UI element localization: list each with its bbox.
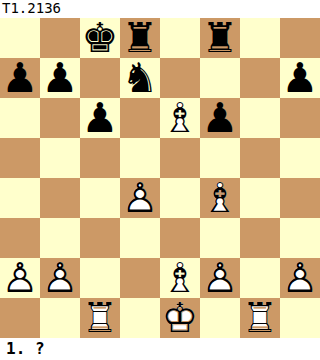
piece-outline: ♙ bbox=[200, 258, 240, 298]
square-b3[interactable] bbox=[40, 218, 80, 258]
square-f6[interactable]: ♟ bbox=[200, 98, 240, 138]
square-b6[interactable] bbox=[40, 98, 80, 138]
piece-outline: ♖ bbox=[80, 298, 120, 338]
square-e4[interactable] bbox=[160, 178, 200, 218]
puzzle-title: T1.2136 bbox=[2, 0, 61, 17]
piece-glyph: ♟ bbox=[200, 98, 240, 138]
piece-black-rook-d8[interactable]: ♜ bbox=[120, 18, 160, 58]
piece-outline: ♗ bbox=[160, 258, 200, 298]
square-f8[interactable]: ♜ bbox=[200, 18, 240, 58]
square-b1[interactable] bbox=[40, 298, 80, 338]
square-d4[interactable]: ♟♙ bbox=[120, 178, 160, 218]
square-d6[interactable] bbox=[120, 98, 160, 138]
square-e2[interactable]: ♝♗ bbox=[160, 258, 200, 298]
square-a8[interactable] bbox=[0, 18, 40, 58]
square-d3[interactable] bbox=[120, 218, 160, 258]
square-e8[interactable] bbox=[160, 18, 200, 58]
square-a4[interactable] bbox=[0, 178, 40, 218]
piece-black-pawn-f6[interactable]: ♟ bbox=[200, 98, 240, 138]
square-g4[interactable] bbox=[240, 178, 280, 218]
square-c4[interactable] bbox=[80, 178, 120, 218]
square-a2[interactable]: ♟♙ bbox=[0, 258, 40, 298]
square-f4[interactable]: ♝♗ bbox=[200, 178, 240, 218]
piece-glyph: ♟ bbox=[40, 58, 80, 98]
square-b8[interactable] bbox=[40, 18, 80, 58]
piece-outline: ♗ bbox=[160, 98, 200, 138]
square-g7[interactable] bbox=[240, 58, 280, 98]
square-b5[interactable] bbox=[40, 138, 80, 178]
square-a7[interactable]: ♟ bbox=[0, 58, 40, 98]
square-a1[interactable] bbox=[0, 298, 40, 338]
piece-glyph: ♟ bbox=[280, 58, 320, 98]
piece-white-pawn-d4[interactable]: ♟♙ bbox=[120, 178, 160, 218]
piece-white-bishop-e2[interactable]: ♝♗ bbox=[160, 258, 200, 298]
square-f3[interactable] bbox=[200, 218, 240, 258]
square-a5[interactable] bbox=[0, 138, 40, 178]
piece-black-knight-d7[interactable]: ♞ bbox=[120, 58, 160, 98]
piece-white-pawn-b2[interactable]: ♟♙ bbox=[40, 258, 80, 298]
square-c8[interactable]: ♚ bbox=[80, 18, 120, 58]
piece-outline: ♗ bbox=[200, 178, 240, 218]
piece-black-pawn-b7[interactable]: ♟ bbox=[40, 58, 80, 98]
piece-glyph: ♚ bbox=[80, 18, 120, 58]
square-g1[interactable]: ♜♖ bbox=[240, 298, 280, 338]
square-d2[interactable] bbox=[120, 258, 160, 298]
square-h2[interactable]: ♟♙ bbox=[280, 258, 320, 298]
square-h5[interactable] bbox=[280, 138, 320, 178]
piece-outline: ♙ bbox=[0, 258, 40, 298]
piece-glyph: ♟ bbox=[0, 58, 40, 98]
piece-outline: ♙ bbox=[120, 178, 160, 218]
square-c5[interactable] bbox=[80, 138, 120, 178]
square-h4[interactable] bbox=[280, 178, 320, 218]
square-g8[interactable] bbox=[240, 18, 280, 58]
square-h8[interactable] bbox=[280, 18, 320, 58]
piece-glyph: ♜ bbox=[120, 18, 160, 58]
piece-white-bishop-e6[interactable]: ♝♗ bbox=[160, 98, 200, 138]
piece-black-king-c8[interactable]: ♚ bbox=[80, 18, 120, 58]
square-a3[interactable] bbox=[0, 218, 40, 258]
piece-white-rook-g1[interactable]: ♜♖ bbox=[240, 298, 280, 338]
square-e5[interactable] bbox=[160, 138, 200, 178]
square-g3[interactable] bbox=[240, 218, 280, 258]
piece-white-king-e1[interactable]: ♚♔ bbox=[160, 298, 200, 338]
square-c6[interactable]: ♟ bbox=[80, 98, 120, 138]
chess-board: ♚♜♜♟♟♞♟♟♝♗♟♟♙♝♗♟♙♟♙♝♗♟♙♟♙♜♖♚♔♜♖ bbox=[0, 18, 320, 338]
piece-white-rook-c1[interactable]: ♜♖ bbox=[80, 298, 120, 338]
square-f5[interactable] bbox=[200, 138, 240, 178]
piece-outline: ♙ bbox=[280, 258, 320, 298]
piece-black-pawn-a7[interactable]: ♟ bbox=[0, 58, 40, 98]
square-c7[interactable] bbox=[80, 58, 120, 98]
piece-white-pawn-a2[interactable]: ♟♙ bbox=[0, 258, 40, 298]
square-d8[interactable]: ♜ bbox=[120, 18, 160, 58]
piece-white-pawn-h2[interactable]: ♟♙ bbox=[280, 258, 320, 298]
square-f1[interactable] bbox=[200, 298, 240, 338]
square-e6[interactable]: ♝♗ bbox=[160, 98, 200, 138]
square-b4[interactable] bbox=[40, 178, 80, 218]
square-g5[interactable] bbox=[240, 138, 280, 178]
square-h6[interactable] bbox=[280, 98, 320, 138]
piece-outline: ♙ bbox=[40, 258, 80, 298]
piece-glyph: ♟ bbox=[80, 98, 120, 138]
square-g6[interactable] bbox=[240, 98, 280, 138]
piece-glyph: ♜ bbox=[200, 18, 240, 58]
square-c2[interactable] bbox=[80, 258, 120, 298]
piece-outline: ♔ bbox=[160, 298, 200, 338]
square-h1[interactable] bbox=[280, 298, 320, 338]
square-e3[interactable] bbox=[160, 218, 200, 258]
piece-black-pawn-h7[interactable]: ♟ bbox=[280, 58, 320, 98]
piece-glyph: ♞ bbox=[120, 58, 160, 98]
square-e7[interactable] bbox=[160, 58, 200, 98]
square-g2[interactable] bbox=[240, 258, 280, 298]
square-c3[interactable] bbox=[80, 218, 120, 258]
square-e1[interactable]: ♚♔ bbox=[160, 298, 200, 338]
square-d5[interactable] bbox=[120, 138, 160, 178]
piece-outline: ♖ bbox=[240, 298, 280, 338]
square-h3[interactable] bbox=[280, 218, 320, 258]
piece-black-rook-f8[interactable]: ♜ bbox=[200, 18, 240, 58]
square-f7[interactable] bbox=[200, 58, 240, 98]
square-h7[interactable]: ♟ bbox=[280, 58, 320, 98]
square-b7[interactable]: ♟ bbox=[40, 58, 80, 98]
piece-black-pawn-c6[interactable]: ♟ bbox=[80, 98, 120, 138]
square-d1[interactable] bbox=[120, 298, 160, 338]
square-b2[interactable]: ♟♙ bbox=[40, 258, 80, 298]
square-f2[interactable]: ♟♙ bbox=[200, 258, 240, 298]
piece-white-pawn-f2[interactable]: ♟♙ bbox=[200, 258, 240, 298]
piece-white-bishop-f4[interactable]: ♝♗ bbox=[200, 178, 240, 218]
square-c1[interactable]: ♜♖ bbox=[80, 298, 120, 338]
move-prompt: 1. ? bbox=[6, 339, 45, 359]
square-a6[interactable] bbox=[0, 98, 40, 138]
square-d7[interactable]: ♞ bbox=[120, 58, 160, 98]
